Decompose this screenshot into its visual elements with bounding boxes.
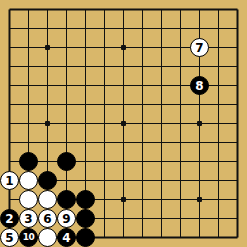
stone-black-10: 10 [19,228,38,247]
move-number: 10 [23,233,35,242]
stone-white-1: 1 [0,171,19,190]
stone-white-5: 5 [0,228,19,247]
stone-white [19,171,38,190]
star-point [121,121,126,126]
move-number: 6 [43,213,51,225]
stone-white [38,190,57,209]
stone-white-6: 6 [38,209,57,228]
stone-black [76,209,95,228]
board-grid [0,0,247,247]
go-board: 78123695104 [0,0,247,247]
stone-black [38,171,57,190]
stone-white-9: 9 [57,209,76,228]
stone-black [76,228,95,247]
move-number: 1 [5,175,13,187]
stone-black-4: 4 [57,228,76,247]
star-point [45,121,50,126]
move-number: 8 [195,80,203,92]
move-number: 5 [5,232,13,244]
star-point [121,197,126,202]
stone-black [19,152,38,171]
stone-white-3: 3 [19,209,38,228]
stone-white [38,228,57,247]
stone-white [19,190,38,209]
stone-white-7: 7 [190,38,209,57]
stone-black [57,152,76,171]
star-point [45,45,50,50]
star-point [197,197,202,202]
star-point [197,121,202,126]
stone-black-2: 2 [0,209,19,228]
stone-black-8: 8 [190,76,209,95]
move-number: 3 [24,213,32,225]
move-number: 7 [195,42,203,54]
move-number: 4 [62,232,70,244]
star-point [121,45,126,50]
stone-black [76,190,95,209]
stone-black [57,190,76,209]
move-number: 9 [62,213,70,225]
move-number: 2 [5,213,13,225]
